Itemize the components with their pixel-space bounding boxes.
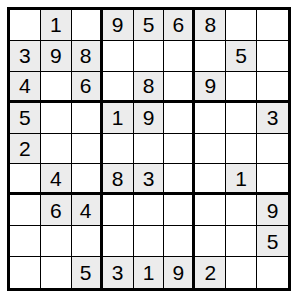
cell-r4c7[interactable] [195,103,226,134]
cell-r2c6[interactable] [164,41,195,72]
cell-r7c3[interactable]: 4 [72,195,103,226]
cell-r3c2[interactable] [41,72,72,103]
cell-r5c4[interactable] [103,134,134,165]
cell-r1c3[interactable] [72,10,103,41]
cell-r2c9[interactable] [257,41,288,72]
cell-r5c7[interactable] [195,134,226,165]
cell-r4c8[interactable] [226,103,257,134]
cell-r9c5[interactable]: 1 [134,257,165,288]
cell-r1c2[interactable]: 1 [41,10,72,41]
cell-r7c7[interactable] [195,195,226,226]
cell-r4c4[interactable]: 1 [103,103,134,134]
cell-r1c6[interactable]: 6 [164,10,195,41]
cell-r1c7[interactable]: 8 [195,10,226,41]
cell-r8c4[interactable] [103,226,134,257]
cell-r9c8[interactable] [226,257,257,288]
cell-r2c5[interactable] [134,41,165,72]
cell-r9c7[interactable]: 2 [195,257,226,288]
cell-r3c4[interactable] [103,72,134,103]
cell-r3c6[interactable] [164,72,195,103]
cell-r9c6[interactable]: 9 [164,257,195,288]
cell-r1c9[interactable] [257,10,288,41]
cell-r8c5[interactable] [134,226,165,257]
cell-r6c9[interactable] [257,164,288,195]
cell-r4c2[interactable] [41,103,72,134]
cell-r5c2[interactable] [41,134,72,165]
cell-r7c1[interactable] [10,195,41,226]
cell-r7c8[interactable] [226,195,257,226]
cell-r9c3[interactable]: 5 [72,257,103,288]
cell-r6c7[interactable] [195,164,226,195]
cell-r4c5[interactable]: 9 [134,103,165,134]
cell-r5c1[interactable]: 2 [10,134,41,165]
cell-r7c9[interactable]: 9 [257,195,288,226]
cell-r2c2[interactable]: 9 [41,41,72,72]
cell-r8c7[interactable] [195,226,226,257]
cell-r9c9[interactable] [257,257,288,288]
cell-r3c3[interactable]: 6 [72,72,103,103]
cell-r1c5[interactable]: 5 [134,10,165,41]
cell-r7c6[interactable] [164,195,195,226]
cell-r4c3[interactable] [72,103,103,134]
cell-r2c7[interactable] [195,41,226,72]
cell-r1c1[interactable] [10,10,41,41]
cell-r5c6[interactable] [164,134,195,165]
cell-r7c5[interactable] [134,195,165,226]
cell-r2c8[interactable]: 5 [226,41,257,72]
cell-r8c9[interactable]: 5 [257,226,288,257]
cell-r4c6[interactable] [164,103,195,134]
cell-r6c3[interactable] [72,164,103,195]
cell-r5c5[interactable] [134,134,165,165]
sudoku-board: 1956839854689519324831649553192 [7,7,291,291]
cell-r8c6[interactable] [164,226,195,257]
cell-r6c4[interactable]: 8 [103,164,134,195]
cell-r6c8[interactable]: 1 [226,164,257,195]
cell-r4c1[interactable]: 5 [10,103,41,134]
cell-r3c7[interactable]: 9 [195,72,226,103]
cell-r2c1[interactable]: 3 [10,41,41,72]
cell-r2c3[interactable]: 8 [72,41,103,72]
cell-r7c4[interactable] [103,195,134,226]
cell-r9c2[interactable] [41,257,72,288]
cell-r6c2[interactable]: 4 [41,164,72,195]
cell-r8c1[interactable] [10,226,41,257]
cell-r7c2[interactable]: 6 [41,195,72,226]
cell-r6c5[interactable]: 3 [134,164,165,195]
cell-r9c4[interactable]: 3 [103,257,134,288]
cell-r3c1[interactable]: 4 [10,72,41,103]
cell-r5c3[interactable] [72,134,103,165]
cell-r3c9[interactable] [257,72,288,103]
cell-r3c8[interactable] [226,72,257,103]
cell-r9c1[interactable] [10,257,41,288]
cell-r8c8[interactable] [226,226,257,257]
cell-r5c8[interactable] [226,134,257,165]
cell-r1c4[interactable]: 9 [103,10,134,41]
cell-r6c6[interactable] [164,164,195,195]
cell-r4c9[interactable]: 3 [257,103,288,134]
cell-r8c2[interactable] [41,226,72,257]
cell-r5c9[interactable] [257,134,288,165]
cell-r8c3[interactable] [72,226,103,257]
cell-r6c1[interactable] [10,164,41,195]
cell-r3c5[interactable]: 8 [134,72,165,103]
cell-r2c4[interactable] [103,41,134,72]
cell-r1c8[interactable] [226,10,257,41]
